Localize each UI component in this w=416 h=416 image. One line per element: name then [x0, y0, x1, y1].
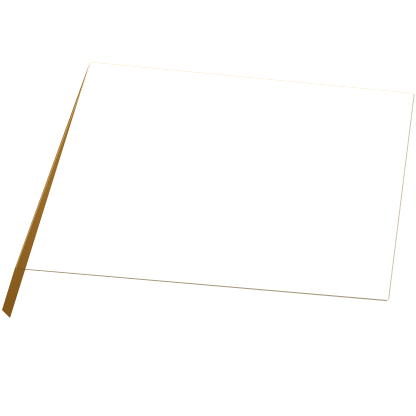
product-photo-stage [0, 0, 416, 416]
shogi-grid [33, 70, 402, 291]
